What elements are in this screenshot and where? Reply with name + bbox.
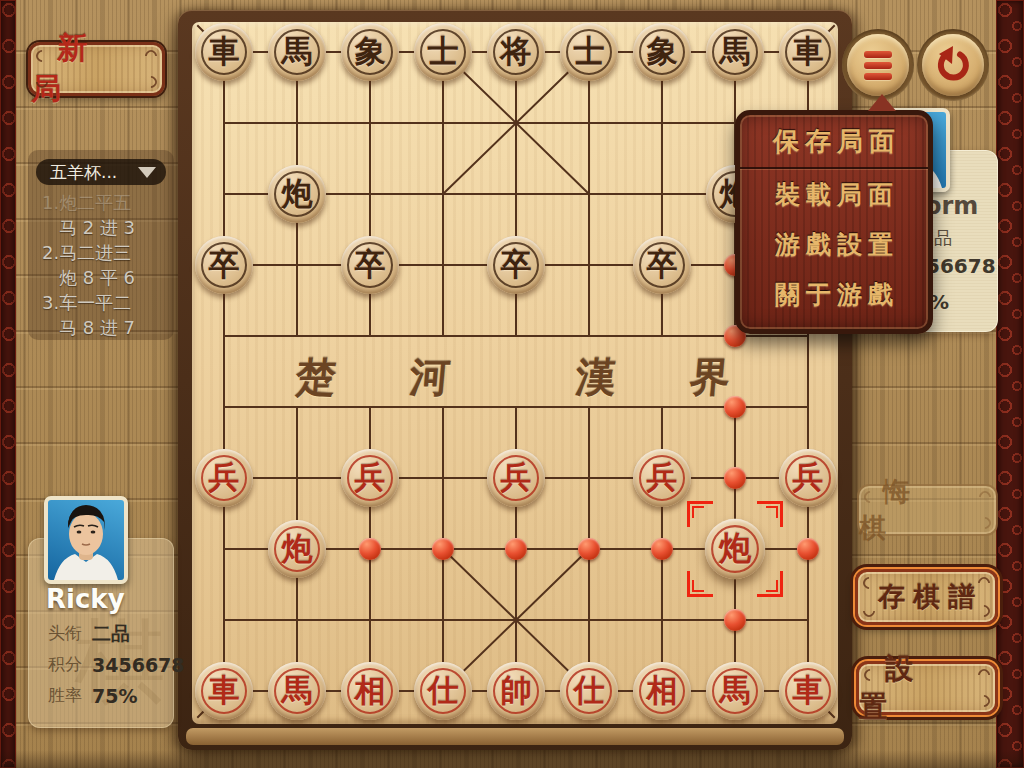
move-hint-dot[interactable]	[359, 538, 381, 560]
undo-arrow-icon	[933, 45, 973, 85]
stat-value: 75%	[92, 685, 137, 707]
move-list-item: 马 2 进 3	[28, 215, 174, 240]
move-list-item: 3.车一平二	[28, 290, 174, 315]
undo-button[interactable]	[922, 34, 984, 96]
stat-label: 胜率	[48, 684, 92, 707]
piece-red[interactable]: 相	[341, 662, 399, 720]
piece-red[interactable]: 兵	[633, 449, 691, 507]
piece-red[interactable]: 仕	[414, 662, 472, 720]
hamburger-icon	[864, 51, 892, 58]
piece-red[interactable]: 炮	[705, 519, 765, 579]
stat-value: 二品	[92, 621, 130, 647]
opponent-name-fragment: orm	[925, 192, 978, 220]
opponent-stat-fragment: 56678	[926, 254, 996, 278]
player-avatar[interactable]	[44, 496, 128, 584]
piece-red[interactable]: 車	[195, 662, 253, 720]
move-list-item: 马 8 进 7	[28, 315, 174, 340]
piece-red[interactable]: 兵	[341, 449, 399, 507]
piece-red[interactable]: 炮	[268, 520, 326, 578]
piece-black[interactable]: 車	[195, 23, 253, 81]
stat-label: 头衔	[48, 622, 92, 645]
menu-item-4[interactable]: 關于游戲	[740, 269, 928, 319]
piece-red[interactable]: 相	[633, 662, 691, 720]
record-selector-dropdown[interactable]: 五羊杯...	[36, 159, 166, 185]
piece-black[interactable]: 炮	[268, 165, 326, 223]
triangle-down-icon	[138, 167, 156, 178]
menu-item-2[interactable]: 裝載局面	[740, 169, 928, 219]
player-stat-row: 头衔二品	[48, 618, 185, 649]
piece-black[interactable]: 象	[341, 23, 399, 81]
piece-black[interactable]: 馬	[268, 23, 326, 81]
piece-black[interactable]: 卒	[195, 236, 253, 294]
move-hint-dot[interactable]	[724, 467, 746, 489]
right-cloth-border	[996, 0, 1024, 768]
move-list-item: 2.马二进三	[28, 240, 174, 265]
piece-black[interactable]: 将	[487, 23, 545, 81]
menu-item-3[interactable]: 游戲設置	[740, 219, 928, 269]
player-stat-row: 积分3456678	[48, 649, 185, 680]
menu-button-slot	[842, 29, 914, 101]
dropdown-pointer-icon	[868, 94, 896, 111]
game-menu-dropdown: 保存局面 裝載局面游戲設置關于游戲	[735, 110, 933, 334]
menu-item-1[interactable]: 保存局面	[767, 124, 901, 159]
move-hint-dot[interactable]	[432, 538, 454, 560]
move-list-item: 炮 8 平 6	[28, 265, 174, 290]
move-hint-dot[interactable]	[724, 609, 746, 631]
piece-red[interactable]: 車	[779, 662, 837, 720]
piece-black[interactable]: 士	[414, 23, 472, 81]
move-hint-dot[interactable]	[797, 538, 819, 560]
move-hint-dot[interactable]	[651, 538, 673, 560]
piece-red[interactable]: 兵	[779, 449, 837, 507]
piece-black[interactable]: 卒	[341, 236, 399, 294]
move-hint-dot[interactable]	[578, 538, 600, 560]
piece-black[interactable]: 卒	[633, 236, 691, 294]
settings-label: 設 置	[859, 650, 995, 726]
river-text-left: 楚 河	[294, 350, 483, 405]
player-name: Ricky	[46, 584, 125, 614]
undo-move-label: 悔 棋	[859, 474, 996, 546]
hamburger-icon	[864, 62, 892, 69]
new-game-label: 新 局	[31, 28, 162, 110]
piece-red[interactable]: 馬	[706, 662, 764, 720]
undo-button-slot	[917, 29, 989, 101]
piece-black[interactable]: 車	[779, 23, 837, 81]
menu-button[interactable]	[847, 34, 909, 96]
avatar-image	[48, 500, 124, 580]
piece-red[interactable]: 帥	[487, 662, 545, 720]
stat-label: 积分	[48, 653, 92, 676]
move-record-panel: 五羊杯... 1.炮二平五马 2 进 32.马二进三炮 8 平 63.车一平二马…	[28, 150, 174, 340]
piece-red[interactable]: 兵	[487, 449, 545, 507]
move-hint-dot[interactable]	[724, 396, 746, 418]
stat-value: 3456678	[92, 654, 185, 676]
new-game-button[interactable]: 新 局	[28, 42, 165, 96]
record-name: 五羊杯...	[50, 161, 117, 184]
move-hint-dot[interactable]	[505, 538, 527, 560]
move-list-item: 1.炮二平五	[28, 190, 174, 215]
player-stat-row: 胜率75%	[48, 680, 185, 711]
piece-black[interactable]: 士	[560, 23, 618, 81]
save-record-label: 存棋譜	[870, 579, 983, 615]
piece-black[interactable]: 象	[633, 23, 691, 81]
piece-black[interactable]: 馬	[706, 23, 764, 81]
piece-red[interactable]: 馬	[268, 662, 326, 720]
piece-red[interactable]: 兵	[195, 449, 253, 507]
save-record-button[interactable]: 存棋譜	[855, 569, 998, 625]
undo-move-button[interactable]: 悔 棋	[857, 484, 998, 536]
hamburger-icon	[864, 73, 892, 80]
left-cloth-border	[0, 0, 16, 768]
opponent-stat-fragment: 品	[934, 226, 952, 250]
piece-black[interactable]: 卒	[487, 236, 545, 294]
piece-red[interactable]: 仕	[560, 662, 618, 720]
settings-button[interactable]: 設 置	[856, 661, 998, 715]
